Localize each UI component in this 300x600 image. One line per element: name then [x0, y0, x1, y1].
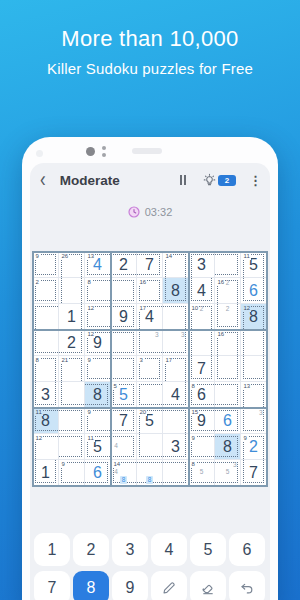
cell-r6c4[interactable]: 55 — [111, 382, 137, 408]
cage-sum-label: 9 — [87, 357, 92, 364]
cell-r8c3[interactable]: 115 — [85, 434, 111, 460]
pencil-notes: 2 — [217, 306, 239, 328]
cell-r2c2[interactable] — [59, 278, 85, 304]
cage-sum-label: 12 — [243, 305, 252, 312]
cage-outline — [191, 330, 212, 355]
cell-r7c9[interactable]: 3 — [241, 408, 267, 434]
cage-sum-label: 17 — [165, 357, 174, 364]
cell-r6c5[interactable] — [137, 382, 163, 408]
cell-r7c4[interactable]: 7 — [111, 408, 137, 434]
cell-r6c1[interactable]: 3 — [33, 382, 59, 408]
cell-digit: 3 — [189, 252, 214, 277]
cell-r9c1[interactable]: 1 — [33, 460, 59, 486]
cage-sum-label: 26 — [61, 253, 70, 260]
cell-digit: 7 — [189, 356, 214, 381]
cage-outline — [59, 436, 82, 457]
cell-r3c5[interactable]: 174 — [137, 304, 163, 330]
cell-r6c2[interactable] — [59, 382, 85, 408]
lightbulb-icon — [202, 173, 217, 188]
killer-sudoku-board: 9261342714311528168416261129174102212821… — [33, 252, 267, 486]
menu-button[interactable]: ⋮ — [249, 173, 262, 188]
cage-sum-label: 21 — [61, 357, 70, 364]
cell-r8c1[interactable]: 12 — [33, 434, 59, 460]
key-9[interactable]: 9 — [112, 571, 148, 600]
cage-outline — [217, 356, 238, 379]
cage-sum-label: 2 — [35, 279, 40, 286]
key-7[interactable]: 7 — [34, 571, 70, 600]
cell-r3c1[interactable] — [33, 304, 59, 330]
cell-r1c1[interactable]: 9 — [33, 252, 59, 278]
clock-icon — [128, 206, 140, 218]
cell-r6c8[interactable] — [215, 382, 241, 408]
cell-r5c4[interactable] — [111, 356, 137, 382]
cage-sum-label: 16 — [217, 279, 226, 286]
banner: More than 10,000 Killer Sudoku puzzles f… — [0, 26, 300, 77]
eraser-button[interactable] — [190, 571, 226, 600]
cage-sum-label: 10 — [191, 305, 200, 312]
cell-digit: 4 — [163, 382, 188, 407]
cell-r2c3[interactable]: 8 — [85, 278, 111, 304]
key-5[interactable]: 5 — [190, 533, 226, 566]
note-digit: 4 — [113, 469, 120, 476]
cell-digit: 7 — [241, 460, 266, 485]
timer-value: 03:32 — [145, 206, 173, 218]
header-bar: ‹ Moderate 2 ⋮ — [30, 168, 270, 192]
cage-outline — [61, 278, 82, 303]
cell-r2c6[interactable]: 8 — [163, 278, 189, 304]
cage-sum-label: 9 — [191, 435, 196, 442]
cell-r2c7[interactable]: 4 — [189, 278, 215, 304]
cell-r4c5[interactable]: 3 — [137, 330, 163, 356]
key-8[interactable]: 8 — [73, 571, 109, 600]
cage-outline — [163, 462, 186, 483]
cell-r1c6[interactable]: 14 — [163, 252, 189, 278]
note-digit: 3 — [257, 410, 264, 417]
note-digit: 3 — [153, 332, 160, 339]
cage-sum-label: 9 — [35, 253, 40, 260]
key-1[interactable]: 1 — [34, 533, 70, 566]
cell-r9c7[interactable]: 85 — [189, 460, 215, 486]
cage-outline — [163, 410, 186, 433]
cell-r8c5[interactable] — [137, 434, 163, 460]
keypad: 123456789 — [34, 533, 266, 600]
cell-digit: 9 — [111, 304, 136, 329]
cage-outline — [215, 254, 238, 275]
cage-sum-label: 12 — [87, 305, 96, 312]
timer: 03:32 — [30, 206, 270, 218]
cage-outline — [163, 306, 186, 329]
cell-r2c5[interactable]: 16 — [137, 278, 163, 304]
cell-digit: 4 — [189, 278, 214, 303]
cell-digit: 7 — [137, 252, 162, 277]
cage-sum-label: 11 — [35, 409, 43, 416]
cell-r6c9[interactable]: 13 — [241, 382, 267, 408]
cell-r8c8[interactable]: 8 — [215, 434, 241, 460]
cell-r4c4[interactable] — [111, 330, 137, 356]
banner-line2: Killer Sudoku puzzles for Free — [0, 60, 300, 77]
cell-r3c9[interactable]: 128 — [241, 304, 267, 330]
cell-r9c3[interactable]: 6 — [85, 460, 111, 486]
cage-outline — [139, 434, 162, 457]
cell-r9c2[interactable]: 9 — [59, 460, 85, 486]
cell-digit: 6 — [215, 408, 240, 433]
cage-outline — [139, 384, 162, 405]
speaker-pill-icon — [132, 148, 162, 154]
cell-digit: 1 — [59, 304, 84, 329]
cell-r9c8[interactable]: 35 — [215, 460, 241, 486]
cell-r9c5[interactable]: 8 — [137, 460, 163, 486]
cage-sum-label: 9 — [243, 435, 248, 442]
cage-sum-label: 8 — [87, 279, 92, 286]
pencil-button[interactable] — [151, 571, 187, 600]
cell-r8c2[interactable] — [59, 434, 85, 460]
cell-r4c7[interactable] — [189, 330, 215, 356]
cell-r8c4[interactable]: 4 — [111, 434, 137, 460]
cell-r5c2[interactable]: 21 — [59, 356, 85, 382]
note-digit: 5 — [198, 469, 205, 476]
cell-r4c2[interactable]: 2 — [59, 330, 85, 356]
cage-sum-label: 20 — [139, 409, 148, 416]
cage-sum-label: 8 — [191, 461, 196, 468]
cage-sum-label: 11 — [87, 435, 95, 442]
cage-sum-label: 15 — [191, 409, 200, 416]
cell-r5c7[interactable]: 7 — [189, 356, 215, 382]
cell-r4c8[interactable]: 16 — [215, 330, 241, 356]
cage-outline — [111, 280, 134, 301]
note-digit: 8 — [146, 476, 153, 483]
cell-digit: 2 — [111, 252, 136, 277]
cage-outline — [35, 306, 58, 329]
cell-r7c2[interactable] — [59, 408, 85, 434]
cage-sum-label: 8 — [191, 383, 196, 390]
sensor-dot-icon — [102, 146, 106, 150]
cell-digit: 8 — [163, 278, 188, 303]
note-digit: 2 — [224, 306, 231, 313]
cell-r8c7[interactable]: 9 — [189, 434, 215, 460]
app-store-screenshot: More than 10,000 Killer Sudoku puzzles f… — [0, 0, 300, 600]
cage-sum-label: 12 — [87, 331, 96, 338]
cell-r7c5[interactable]: 205 — [137, 408, 163, 434]
cell-r3c7[interactable]: 102 — [189, 304, 215, 330]
cage-outline — [243, 330, 264, 355]
cage-sum-label: 16 — [217, 331, 226, 338]
cage-sum-label: 8 — [35, 357, 40, 364]
cell-digit: 1 — [33, 460, 58, 485]
cell-r3c4[interactable]: 9 — [111, 304, 137, 330]
cell-r2c9[interactable]: 6 — [241, 278, 267, 304]
sensor-dot-icon — [36, 150, 43, 157]
cage-outline — [59, 410, 82, 431]
cell-r7c3[interactable]: 9 — [85, 408, 111, 434]
cage-sum-label: 13 — [87, 253, 96, 260]
cell-digit: 6 — [241, 278, 266, 303]
pencil-notes: 3 — [139, 332, 161, 354]
cage-sum-label: 16 — [139, 279, 148, 286]
banner-line1: More than 10,000 — [0, 26, 300, 52]
cage-outline — [35, 330, 58, 353]
cell-r5c5[interactable]: 3 — [137, 356, 163, 382]
pencil-notes: 4 — [113, 436, 135, 458]
cell-digit: 8 — [85, 382, 110, 407]
cage-sum-label: 5 — [113, 383, 118, 390]
key-4[interactable]: 4 — [151, 533, 187, 566]
note-digit: 8 — [120, 476, 127, 483]
cell-r1c2[interactable]: 26 — [59, 252, 85, 278]
hint-button[interactable]: 2 — [202, 173, 236, 188]
cell-r4c9[interactable] — [241, 330, 267, 356]
note-digit: 5 — [224, 469, 231, 476]
cage-outline — [111, 332, 134, 353]
pencil-notes: 35 — [217, 462, 239, 484]
cell-r5c3[interactable]: 9 — [85, 356, 111, 382]
cell-r7c7[interactable]: 159 — [189, 408, 215, 434]
cell-r7c1[interactable]: 118 — [33, 408, 59, 434]
cage-sum-label: 14 — [165, 253, 174, 260]
key-3[interactable]: 3 — [112, 533, 148, 566]
cell-r8c9[interactable]: 92 — [241, 434, 267, 460]
cell-r3c3[interactable]: 12 — [85, 304, 111, 330]
cell-r2c8[interactable]: 162 — [215, 278, 241, 304]
cell-r5c9[interactable] — [241, 356, 267, 382]
note-digit: 4 — [113, 443, 120, 450]
cell-r3c8[interactable]: 2 — [215, 304, 241, 330]
cage-sum-label: 11 — [243, 253, 251, 260]
pencil-notes: 8 — [139, 462, 161, 484]
cell-r9c9[interactable]: 7 — [241, 460, 267, 486]
cell-r7c8[interactable]: 6 — [215, 408, 241, 434]
cell-r1c8[interactable] — [215, 252, 241, 278]
cell-r2c1[interactable]: 2 — [33, 278, 59, 304]
cell-digit: 3 — [163, 434, 188, 459]
cell-r4c1[interactable] — [33, 330, 59, 356]
page-title: Moderate — [60, 173, 120, 188]
cell-r6c7[interactable]: 86 — [189, 382, 215, 408]
pencil-notes: 3 — [165, 332, 187, 354]
app-screen: ‹ Moderate 2 ⋮ — [30, 163, 270, 600]
cell-r9c6[interactable] — [163, 460, 189, 486]
cell-r3c6[interactable] — [163, 304, 189, 330]
pause-button[interactable] — [180, 175, 187, 185]
cage-outline — [111, 358, 134, 379]
hint-count-badge: 2 — [218, 175, 236, 186]
cell-digit: 2 — [59, 330, 84, 355]
cage-sum-label: 3 — [139, 357, 144, 364]
key-6[interactable]: 6 — [229, 533, 265, 566]
note-digit: 3 — [179, 332, 186, 339]
cell-r7c6[interactable] — [163, 408, 189, 434]
cell-r1c7[interactable]: 3 — [189, 252, 215, 278]
cell-r1c4[interactable]: 2 — [111, 252, 137, 278]
cell-r3c2[interactable]: 1 — [59, 304, 85, 330]
camera-lens-icon — [86, 147, 95, 156]
pencil-notes: 3 — [243, 410, 265, 432]
cage-sum-label: 9 — [87, 409, 92, 416]
cell-r5c8[interactable] — [215, 356, 241, 382]
cell-r4c6[interactable]: 3 — [163, 330, 189, 356]
cage-sum-label: 9 — [61, 461, 66, 468]
cage-outline — [215, 384, 238, 405]
board-grid: 9261342714311528168416261129174102212821… — [33, 252, 267, 486]
cell-r9c4[interactable]: 1448 — [111, 460, 137, 486]
cage-sum-label: 14 — [113, 461, 122, 468]
cell-r2c4[interactable] — [111, 278, 137, 304]
cell-r5c6[interactable]: 17 — [163, 356, 189, 382]
cell-r1c3[interactable]: 134 — [85, 252, 111, 278]
sensor-dot-icon — [102, 153, 106, 157]
cage-sum-label: 12 — [35, 435, 44, 442]
cage-sum-label: 13 — [243, 383, 252, 390]
cell-r4c3[interactable]: 129 — [85, 330, 111, 356]
back-button[interactable]: ‹ — [40, 169, 46, 190]
cell-r8c6[interactable]: 3 — [163, 434, 189, 460]
cell-r1c9[interactable]: 115 — [241, 252, 267, 278]
cell-digit: 8 — [215, 434, 240, 459]
cell-digit: 6 — [85, 460, 110, 485]
cell-digit: 7 — [111, 408, 136, 433]
note-digit: 3 — [231, 462, 238, 469]
cell-r5c1[interactable]: 8 — [33, 356, 59, 382]
cage-sum-label: 17 — [139, 305, 148, 312]
cell-r6c3[interactable]: 8 — [85, 382, 111, 408]
undo-button[interactable] — [229, 571, 265, 600]
cell-digit: 3 — [33, 382, 58, 407]
cell-r6c6[interactable]: 4 — [163, 382, 189, 408]
cage-outline — [61, 382, 84, 405]
phone-mockup: ‹ Moderate 2 ⋮ — [22, 137, 278, 600]
key-2[interactable]: 2 — [73, 533, 109, 566]
cell-r1c5[interactable]: 7 — [137, 252, 163, 278]
cage-outline — [243, 356, 264, 379]
